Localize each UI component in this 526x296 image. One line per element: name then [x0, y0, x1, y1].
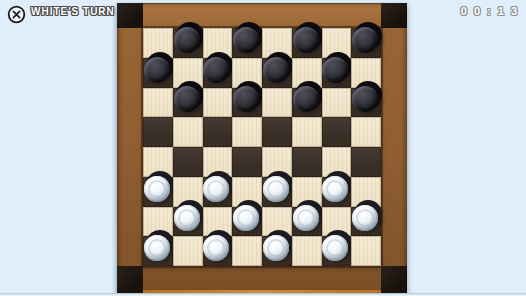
- square-h6[interactable]: [351, 88, 381, 118]
- black-checker-piece[interactable]: [203, 57, 229, 83]
- white-checker-piece[interactable]: [322, 176, 348, 202]
- square-b2[interactable]: [173, 207, 203, 237]
- square-f1: [292, 236, 322, 266]
- piece-body: [174, 27, 200, 53]
- frame-corner-top-left: [117, 3, 143, 28]
- piece-body: [352, 205, 378, 231]
- square-a1[interactable]: [143, 236, 173, 266]
- square-g5[interactable]: [322, 117, 352, 147]
- square-h4[interactable]: [351, 147, 381, 177]
- piece-body: [144, 235, 170, 261]
- piece-body: [203, 57, 229, 83]
- board-base-strip: [123, 290, 401, 293]
- piece-body: [322, 57, 348, 83]
- black-checker-piece[interactable]: [263, 57, 289, 83]
- square-b4[interactable]: [173, 147, 203, 177]
- white-checker-piece[interactable]: [263, 235, 289, 261]
- white-checker-piece[interactable]: [233, 205, 259, 231]
- frame-corner-bottom-left: [117, 266, 143, 293]
- black-checker-piece[interactable]: [174, 27, 200, 53]
- square-h5: [351, 117, 381, 147]
- piece-body: [233, 27, 259, 53]
- square-f4[interactable]: [292, 147, 322, 177]
- piece-body: [233, 205, 259, 231]
- square-h8[interactable]: [351, 28, 381, 58]
- square-e7[interactable]: [262, 58, 292, 88]
- piece-body: [144, 57, 170, 83]
- turn-indicator: WHITE'S TURN: [31, 6, 115, 17]
- square-d8[interactable]: [232, 28, 262, 58]
- square-a5[interactable]: [143, 117, 173, 147]
- square-a7[interactable]: [143, 58, 173, 88]
- square-b1: [173, 236, 203, 266]
- square-g6: [322, 88, 352, 118]
- square-h1: [351, 236, 381, 266]
- game-timer: 00:13: [461, 5, 524, 17]
- white-checker-piece[interactable]: [203, 176, 229, 202]
- black-checker-piece[interactable]: [293, 27, 319, 53]
- piece-body: [233, 86, 259, 112]
- piece-body: [293, 86, 319, 112]
- frame-corner-top-right: [381, 3, 407, 28]
- square-f8[interactable]: [292, 28, 322, 58]
- piece-body: [174, 205, 200, 231]
- square-g7[interactable]: [322, 58, 352, 88]
- piece-body: [352, 86, 378, 112]
- piece-body: [263, 176, 289, 202]
- white-checker-piece[interactable]: [263, 176, 289, 202]
- square-a6: [143, 88, 173, 118]
- square-c1[interactable]: [203, 236, 233, 266]
- white-checker-piece[interactable]: [144, 235, 170, 261]
- piece-body: [322, 176, 348, 202]
- black-checker-piece[interactable]: [352, 86, 378, 112]
- piece-body: [263, 57, 289, 83]
- square-d4[interactable]: [232, 147, 262, 177]
- piece-body: [352, 27, 378, 53]
- square-h2[interactable]: [351, 207, 381, 237]
- square-d2[interactable]: [232, 207, 262, 237]
- square-d5: [232, 117, 262, 147]
- piece-body: [263, 235, 289, 261]
- black-checker-piece[interactable]: [233, 27, 259, 53]
- black-checker-piece[interactable]: [322, 57, 348, 83]
- square-e3[interactable]: [262, 177, 292, 207]
- square-a3[interactable]: [143, 177, 173, 207]
- white-checker-piece[interactable]: [352, 205, 378, 231]
- square-g3[interactable]: [322, 177, 352, 207]
- black-checker-piece[interactable]: [293, 86, 319, 112]
- piece-body: [203, 235, 229, 261]
- square-b5: [173, 117, 203, 147]
- square-f5: [292, 117, 322, 147]
- white-checker-piece[interactable]: [322, 235, 348, 261]
- piece-body: [203, 176, 229, 202]
- square-c7[interactable]: [203, 58, 233, 88]
- frame-corner-bottom-right: [381, 266, 407, 293]
- square-e6: [262, 88, 292, 118]
- piece-body: [174, 86, 200, 112]
- square-f6[interactable]: [292, 88, 322, 118]
- square-c3[interactable]: [203, 177, 233, 207]
- black-checker-piece[interactable]: [144, 57, 170, 83]
- board-grid: [143, 28, 381, 266]
- piece-body: [293, 27, 319, 53]
- piece-body: [322, 235, 348, 261]
- close-icon: [7, 5, 26, 24]
- black-checker-piece[interactable]: [352, 27, 378, 53]
- piece-body: [293, 205, 319, 231]
- game-screen: WHITE'S TURN 00:13: [0, 0, 526, 296]
- square-e5[interactable]: [262, 117, 292, 147]
- close-button[interactable]: [7, 5, 26, 24]
- white-checker-piece[interactable]: [174, 205, 200, 231]
- square-d1: [232, 236, 262, 266]
- square-g1[interactable]: [322, 236, 352, 266]
- square-f2[interactable]: [292, 207, 322, 237]
- square-e1[interactable]: [262, 236, 292, 266]
- white-checker-piece[interactable]: [203, 235, 229, 261]
- square-c6: [203, 88, 233, 118]
- black-checker-piece[interactable]: [174, 86, 200, 112]
- square-b6[interactable]: [173, 88, 203, 118]
- piece-body: [144, 176, 170, 202]
- black-checker-piece[interactable]: [233, 86, 259, 112]
- white-checker-piece[interactable]: [144, 176, 170, 202]
- square-c5[interactable]: [203, 117, 233, 147]
- square-b8[interactable]: [173, 28, 203, 58]
- checkers-board: [117, 3, 407, 293]
- white-checker-piece[interactable]: [293, 205, 319, 231]
- square-d6[interactable]: [232, 88, 262, 118]
